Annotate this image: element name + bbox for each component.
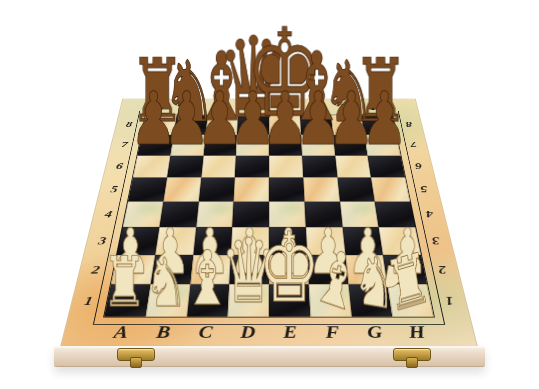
- square: [269, 178, 304, 202]
- brass-clasp-icon: [117, 348, 155, 361]
- black-pawn-piece: ♟: [361, 82, 408, 155]
- white-knight-piece: ♞: [144, 249, 188, 316]
- square: ♚: [269, 284, 310, 316]
- chess-set-photo: ♜♞♝♛♚♝♞♜♟♟♟♟♟♟♟♟♟♟♟♟♟♟♟♟♜♞♝♛♚♝♞♜♟ ABCDEF…: [0, 0, 539, 389]
- square: ♟: [365, 135, 401, 156]
- square: ♝: [309, 284, 352, 316]
- square: [198, 178, 234, 202]
- brass-clasp-icon: [393, 348, 431, 361]
- white-rook-piece: ♜: [381, 242, 435, 323]
- square: [302, 155, 337, 177]
- square: [303, 178, 339, 202]
- square: [371, 178, 410, 202]
- case-edge: [54, 346, 485, 367]
- square: [234, 178, 269, 202]
- square: [335, 155, 371, 177]
- square: [128, 178, 167, 202]
- square: [133, 155, 170, 177]
- board-grid: ♜♞♝♛♚♝♞♜♟♟♟♟♟♟♟♟♟♟♟♟♟♟♟♟♜♞♝♛♚♝♞♜♟: [103, 115, 435, 318]
- square: [201, 155, 236, 177]
- square: [167, 155, 203, 177]
- square: [235, 155, 269, 177]
- square: [337, 178, 375, 202]
- square: [163, 178, 201, 202]
- square: ♜♟: [388, 284, 434, 316]
- square: [368, 155, 405, 177]
- square: [269, 155, 303, 177]
- white-rook-piece: ♜: [103, 247, 148, 316]
- chess-board: ♜♞♝♛♚♝♞♜♟♟♟♟♟♟♟♟♟♟♟♟♟♟♟♟♜♞♝♛♚♝♞♜♟ ABCDEF…: [61, 99, 477, 347]
